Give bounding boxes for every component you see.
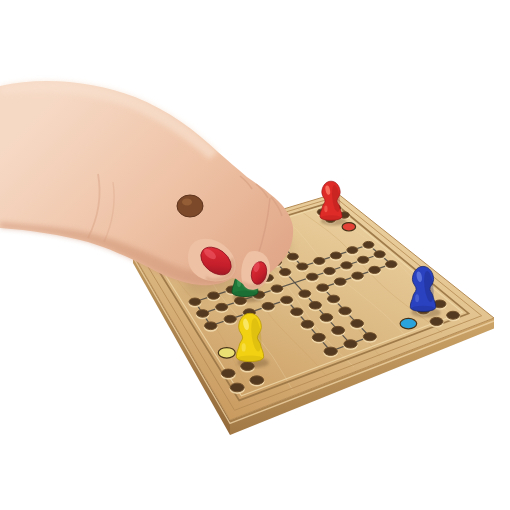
wooden-knob-glimpse <box>177 195 203 217</box>
board-hole <box>386 261 397 268</box>
start-circle-red <box>342 223 355 231</box>
board-hole <box>324 347 337 355</box>
board-hole <box>341 262 352 269</box>
start-circle-blue <box>400 318 417 328</box>
board-hole <box>317 284 329 291</box>
board-hole <box>339 307 351 315</box>
photo-scene <box>0 0 510 510</box>
board-hole <box>271 285 283 292</box>
board-hole <box>205 322 217 330</box>
board-hole <box>279 269 290 276</box>
hand <box>0 81 293 290</box>
board-hole <box>250 376 264 385</box>
board-hole <box>347 247 358 254</box>
board-hole <box>230 383 244 392</box>
board-hole <box>297 263 308 270</box>
board-hole <box>312 333 325 341</box>
board-hole <box>307 273 319 280</box>
board-hole <box>344 340 357 348</box>
board-hole <box>309 302 321 310</box>
board-hole <box>320 314 333 322</box>
board-hole <box>374 251 385 258</box>
board-hole <box>189 298 201 305</box>
board-hole <box>363 333 376 341</box>
board-hole <box>287 253 298 260</box>
board-hole <box>334 278 346 285</box>
board-hole <box>224 315 236 323</box>
board-hole <box>358 256 369 263</box>
board-hole <box>363 241 374 248</box>
board-hole <box>262 302 274 310</box>
board-hole <box>197 310 209 318</box>
board-hole <box>291 308 303 316</box>
board-hole <box>447 311 460 319</box>
board-hole <box>314 257 325 264</box>
board-hole <box>281 296 293 303</box>
board-hole <box>299 290 311 297</box>
board-hole <box>430 317 443 325</box>
board-hole <box>216 303 228 310</box>
board-hole <box>330 252 341 259</box>
board-hole <box>328 295 340 303</box>
start-circle-yellow <box>218 348 235 358</box>
board-hole <box>324 267 335 274</box>
board-hole <box>351 319 364 327</box>
board-hole <box>352 272 364 279</box>
board-hole <box>369 266 381 273</box>
board-hole <box>332 326 345 334</box>
board-hole <box>221 369 235 377</box>
board-hole <box>301 320 314 328</box>
ludo-scene <box>0 0 510 510</box>
